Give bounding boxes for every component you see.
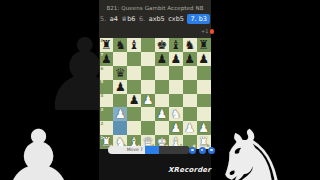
move-token: 5. (100, 16, 106, 23)
square-a2[interactable]: 2 (100, 121, 114, 135)
square-b6[interactable]: ♛ (113, 66, 127, 80)
square-d7[interactable] (141, 52, 155, 66)
white-pawn-d4[interactable]: ♟ (143, 94, 154, 106)
current-move-chip[interactable]: 7. b3 (187, 14, 210, 24)
recorder-button-group (189, 147, 215, 154)
white-pawn-g2[interactable]: ♟ (184, 122, 195, 134)
square-f6[interactable] (169, 66, 183, 80)
square-h7[interactable]: ♟ (197, 52, 211, 66)
square-c8[interactable]: ♝ (127, 38, 141, 52)
recorder-button-1[interactable] (189, 147, 196, 154)
square-a7[interactable]: 7♟ (100, 52, 114, 66)
square-a6[interactable]: 6 (100, 66, 114, 80)
black-rook-a8[interactable]: ♜ (101, 38, 112, 50)
square-d6[interactable] (141, 66, 155, 80)
square-g6[interactable] (183, 66, 197, 80)
square-f3[interactable]: ♞ (169, 107, 183, 121)
recorder-button-2[interactable] (199, 147, 206, 154)
square-c4[interactable]: ♟ (127, 94, 141, 108)
move-list: 5.a4♕b66.axb5cxb57. b3 (93, 14, 217, 24)
recording-dot-icon (210, 29, 215, 34)
square-a3[interactable]: 3 (100, 107, 114, 121)
move-progress-slider[interactable]: Move 7 (108, 146, 190, 154)
slider-label: Move 7 (127, 148, 143, 153)
square-c6[interactable] (127, 66, 141, 80)
square-h4[interactable] (197, 94, 211, 108)
square-e6[interactable] (155, 66, 169, 80)
square-a8[interactable]: 8♜ (100, 38, 114, 52)
black-rook-h8[interactable]: ♜ (198, 38, 209, 50)
square-e7[interactable]: ♟ (155, 52, 169, 66)
square-b4[interactable] (113, 94, 127, 108)
white-pawn-h2[interactable]: ♟ (198, 122, 209, 134)
white-pawn-f2[interactable]: ♟ (170, 122, 181, 134)
square-e4[interactable] (155, 94, 169, 108)
white-knight-f3[interactable]: ♞ (170, 108, 181, 120)
chess-app-panel: B21: Queens Gambit Accepted NB 5.a4♕b66.… (99, 0, 211, 180)
white-pawn-e3[interactable]: ♟ (157, 108, 168, 120)
rank-label: 5 (101, 80, 104, 84)
move-token: 6. (139, 16, 145, 23)
square-f7[interactable]: ♟ (169, 52, 183, 66)
button-glyph-icon (201, 149, 204, 152)
square-g3[interactable] (183, 107, 197, 121)
square-f5[interactable] (169, 80, 183, 94)
opening-title: B21: Queens Gambit Accepted NB (79, 5, 231, 11)
rank-label: 4 (101, 94, 104, 98)
square-g5[interactable] (183, 80, 197, 94)
square-a5[interactable]: 5 (100, 80, 114, 94)
square-d5[interactable] (141, 80, 155, 94)
square-e2[interactable] (155, 121, 169, 135)
square-g7[interactable]: ♟ (183, 52, 197, 66)
square-g2[interactable]: ♟ (183, 121, 197, 135)
black-queen-b6[interactable]: ♛ (115, 66, 126, 78)
square-f8[interactable]: ♝ (169, 38, 183, 52)
recorder-count: +1 (201, 29, 208, 34)
black-bishop-f8[interactable]: ♝ (170, 38, 181, 50)
rank-label: 6 (101, 67, 104, 71)
move-token[interactable]: cxb5 (168, 16, 184, 23)
square-a4[interactable]: 4 (100, 94, 114, 108)
slider-handle-segment[interactable] (145, 146, 159, 154)
rank-label: 3 (101, 108, 104, 112)
black-pawn-e7[interactable]: ♟ (157, 52, 168, 64)
black-knight-b8[interactable]: ♞ (115, 38, 126, 50)
square-e5[interactable] (155, 80, 169, 94)
white-pawn-b3[interactable]: ♟ (115, 108, 126, 120)
square-b3[interactable]: ♟ (113, 107, 127, 121)
square-h3[interactable] (197, 107, 211, 121)
move-token[interactable]: ♕b6 (121, 16, 135, 23)
black-king-e8[interactable]: ♚ (157, 38, 168, 50)
slider-remaining-segment (159, 146, 190, 154)
slider-filled-segment: Move 7 (108, 146, 145, 154)
square-g4[interactable] (183, 94, 197, 108)
screen: ♟ ♟ ♞ B21: Queens Gambit Accepted NB 5.a… (0, 0, 320, 180)
square-d8[interactable] (141, 38, 155, 52)
square-d4[interactable]: ♟ (141, 94, 155, 108)
square-f4[interactable] (169, 94, 183, 108)
black-pawn-a7[interactable]: ♟ (101, 52, 112, 64)
decorative-white-pawn-art: ♟ (0, 118, 81, 180)
black-pawn-h7[interactable]: ♟ (198, 52, 209, 64)
xrecorder-watermark: XRecorder (168, 166, 211, 174)
square-b2[interactable] (113, 121, 127, 135)
square-d2[interactable] (141, 121, 155, 135)
square-b8[interactable]: ♞ (113, 38, 127, 52)
square-h8[interactable]: ♜ (197, 38, 211, 52)
button-glyph-icon (191, 149, 194, 152)
rank-label: 2 (101, 122, 104, 126)
square-g8[interactable]: ♞ (183, 38, 197, 52)
black-pawn-f7[interactable]: ♟ (170, 52, 181, 64)
square-h5[interactable] (197, 80, 211, 94)
square-d3[interactable] (141, 107, 155, 121)
square-c7[interactable] (127, 52, 141, 66)
square-b7[interactable] (113, 52, 127, 66)
black-pawn-b5[interactable]: ♟ (115, 80, 126, 92)
move-token[interactable]: a4 (110, 16, 118, 23)
square-b5[interactable]: ♟ (113, 80, 127, 94)
square-h2[interactable]: ♟ (197, 121, 211, 135)
square-c5[interactable] (127, 80, 141, 94)
black-pawn-g7[interactable]: ♟ (184, 52, 195, 64)
square-e8[interactable]: ♚ (155, 38, 169, 52)
square-f2[interactable]: ♟ (169, 121, 183, 135)
chess-board[interactable]: 8♜♞♝♚♝♞♜7♟♟♟♟♟6♛5♟4♟♟3♟♟♞2♟♟♟1a♜b♞c♝d♛e♚… (100, 38, 211, 149)
square-e3[interactable]: ♟ (155, 107, 169, 121)
recorder-overlay[interactable]: +1 (201, 29, 214, 34)
square-c2[interactable] (127, 121, 141, 135)
square-c3[interactable] (127, 107, 141, 121)
button-glyph-icon (210, 149, 213, 152)
black-knight-g8[interactable]: ♞ (184, 38, 195, 50)
move-token[interactable]: axb5 (149, 16, 165, 23)
square-h6[interactable] (197, 66, 211, 80)
black-bishop-c8[interactable]: ♝ (129, 38, 140, 50)
recorder-button-3[interactable] (208, 147, 215, 154)
black-pawn-c4[interactable]: ♟ (129, 94, 140, 106)
decorative-white-knight-art: ♞ (210, 118, 295, 180)
